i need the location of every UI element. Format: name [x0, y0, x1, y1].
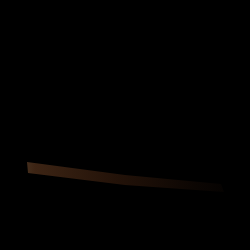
square-g4: [170, 127, 190, 138]
square-e4: [134, 124, 154, 135]
square-d1: [105, 152, 127, 165]
square-b8: [95, 85, 114, 94]
square-e1: [125, 154, 147, 167]
square-d3: [112, 132, 133, 144]
square-h7: [193, 102, 211, 112]
border-ornament-bottom: ⊛∞◎∞◉∞◎∞◉∞◎∞⊛∞◎∞◉∞◎∞◉∞◎∞⊛: [32, 157, 217, 185]
square-e6: [139, 106, 158, 116]
square-g5: [172, 118, 191, 129]
square-a2: [54, 136, 76, 148]
square-h1: [184, 161, 205, 174]
square-g7: [176, 101, 194, 111]
border-ornament-left: ⊛∞◎∞◉∞◎∞◉∞◎∞◉∞◎∞⊛: [35, 82, 81, 158]
square-f2: [147, 146, 168, 159]
square-e5: [136, 115, 156, 126]
square-f5: [154, 116, 173, 127]
square-b4: [80, 119, 101, 130]
border-ornament-top: ⊛∞◎∞◉∞◎∞◉∞◎∞⊛∞◎∞◉∞◎∞◉∞◎∞⊛: [73, 78, 224, 95]
square-d7: [125, 96, 144, 106]
square-a4: [63, 117, 84, 128]
square-b2: [72, 138, 94, 150]
board-side-edge: [0, 0, 250, 250]
square-f4: [152, 126, 172, 137]
square-c2: [90, 140, 112, 152]
board-outer-frame: [29, 77, 226, 186]
square-g2: [166, 148, 187, 161]
square-g8: [177, 92, 195, 101]
square-b3: [76, 128, 97, 139]
square-d6: [122, 104, 141, 114]
square-h8: [194, 94, 212, 104]
square-f8: [160, 91, 178, 100]
photo-scene: ⊛∞◎∞◉∞◎∞◉∞◎∞⊛∞◎∞◉∞◎∞◉∞◎∞⊛ ⊛∞◎∞◉∞◎∞◉∞◎∞⊛∞…: [0, 0, 250, 250]
square-g3: [168, 137, 188, 149]
square-a8: [79, 84, 98, 93]
square-c3: [94, 130, 115, 142]
square-g6: [174, 109, 193, 119]
square-c8: [111, 87, 129, 96]
square-b6: [88, 101, 108, 111]
square-a6: [71, 100, 91, 110]
inner-frame-line: [46, 83, 213, 175]
square-h4: [189, 129, 208, 141]
square-f3: [149, 135, 169, 147]
square-h6: [192, 111, 210, 121]
square-c7: [108, 95, 127, 105]
square-e3: [131, 134, 152, 146]
square-b7: [92, 93, 111, 102]
square-c5: [101, 111, 121, 121]
square-h5: [190, 120, 209, 131]
square-c4: [98, 120, 118, 131]
squares-grid: [49, 84, 212, 174]
border-ornament-right: ⊛∞◎∞◉∞◎∞◉∞◎∞◉∞◎∞⊛: [206, 94, 223, 177]
square-d8: [127, 88, 145, 97]
square-a1: [49, 146, 72, 158]
square-e2: [128, 144, 149, 156]
gloss-highlight: [29, 77, 226, 186]
chessboard: ⊛∞◎∞◉∞◎∞◉∞◎∞⊛∞◎∞◉∞◎∞◉∞◎∞⊛ ⊛∞◎∞◉∞◎∞◉∞◎∞⊛∞…: [29, 77, 226, 186]
square-f6: [156, 108, 175, 118]
square-f7: [158, 99, 176, 109]
square-h3: [187, 139, 207, 151]
square-a7: [75, 92, 94, 101]
square-e7: [141, 98, 160, 108]
square-h2: [186, 150, 206, 163]
square-a3: [58, 126, 79, 137]
square-d5: [119, 113, 139, 124]
square-d4: [116, 122, 136, 133]
square-f1: [144, 156, 165, 169]
square-c6: [105, 103, 124, 113]
square-e8: [144, 90, 162, 99]
square-c1: [86, 150, 108, 163]
square-b5: [84, 110, 104, 120]
square-a5: [67, 108, 87, 118]
square-b1: [67, 148, 89, 161]
square-g1: [164, 158, 185, 171]
border-ivory-band: [32, 78, 224, 184]
square-d2: [109, 142, 130, 154]
